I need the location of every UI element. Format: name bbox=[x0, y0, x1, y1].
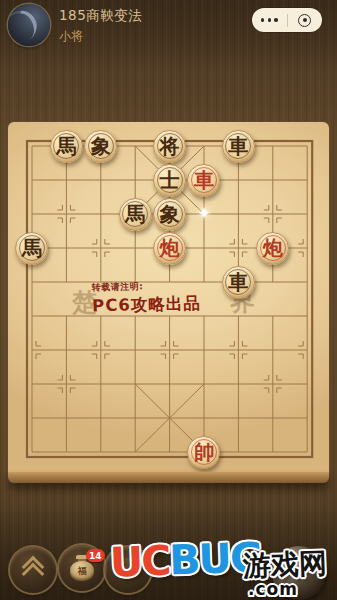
treasure-button[interactable] bbox=[105, 547, 151, 593]
level-title: 185商鞅变法 bbox=[59, 7, 142, 25]
piece-black-車[interactable]: 車 bbox=[222, 266, 255, 299]
piece-red-帥[interactable]: 帥 bbox=[187, 436, 220, 469]
piece-black-士[interactable]: 士 bbox=[153, 164, 186, 197]
piece-black-象[interactable]: 象 bbox=[84, 130, 117, 163]
xiangqi-board[interactable]: 楚 界 馬象将車士車馬象馬炮炮車帥 ✦ 转载请注明: PC6攻略出品 bbox=[8, 122, 329, 472]
board-cell: 炮 bbox=[152, 231, 186, 265]
piece-red-炮[interactable]: 炮 bbox=[153, 232, 186, 265]
money-bag-char: 福 bbox=[70, 565, 94, 578]
chevron-up-icon bbox=[25, 559, 41, 582]
board-cell: 車 bbox=[221, 129, 255, 163]
piece-black-馬[interactable]: 馬 bbox=[15, 232, 48, 265]
board-front-edge bbox=[8, 472, 329, 483]
player-rank-label: 小将 bbox=[59, 28, 83, 45]
piece-black-馬[interactable]: 馬 bbox=[50, 130, 83, 163]
board-cell: 馬 bbox=[15, 231, 49, 265]
board-cell: 象 bbox=[84, 129, 118, 163]
board-cell: 将 bbox=[152, 129, 186, 163]
board-cell: 車 bbox=[187, 163, 221, 197]
board-cell: 馬 bbox=[118, 197, 152, 231]
wechat-capsule bbox=[252, 8, 322, 32]
board-cell: 車 bbox=[221, 265, 255, 299]
player-avatar bbox=[8, 4, 50, 46]
piece-black-将[interactable]: 将 bbox=[153, 130, 186, 163]
bag-badge: 14 bbox=[86, 549, 105, 562]
piece-black-象[interactable]: 象 bbox=[153, 198, 186, 231]
expand-button[interactable] bbox=[10, 547, 56, 593]
board-cell: 炮 bbox=[256, 231, 290, 265]
board-cell: 帥 bbox=[187, 435, 221, 469]
piece-black-馬[interactable]: 馬 bbox=[119, 198, 152, 231]
board-cell: 馬 bbox=[49, 129, 83, 163]
exit-button[interactable] bbox=[288, 8, 323, 32]
logo-bug: BUG bbox=[169, 533, 263, 584]
piece-black-車[interactable]: 車 bbox=[222, 130, 255, 163]
piece-red-車[interactable]: 車 bbox=[187, 164, 220, 197]
piece-red-炮[interactable]: 炮 bbox=[256, 232, 289, 265]
piece-grid[interactable]: 馬象将車士車馬象馬炮炮車帥 bbox=[15, 129, 325, 469]
exit-target-icon bbox=[298, 14, 311, 27]
dark-stone-button[interactable] bbox=[272, 546, 326, 600]
board-cell: 象 bbox=[152, 197, 186, 231]
more-button[interactable] bbox=[252, 8, 287, 32]
more-dots-icon bbox=[259, 18, 279, 22]
board-cell: 士 bbox=[152, 163, 186, 197]
treasure-icon bbox=[118, 558, 138, 582]
app-screen: 185商鞅变法 小将 楚 界 馬象将車士車馬象馬炮炮車帥 ✦ 转载请注明: PC… bbox=[0, 0, 337, 600]
